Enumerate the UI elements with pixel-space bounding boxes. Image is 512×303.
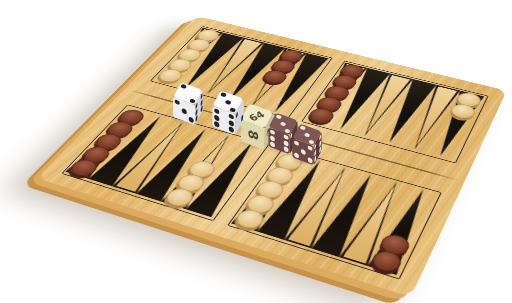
pip <box>175 99 180 105</box>
pip <box>214 121 219 128</box>
brown-die-2[interactable] <box>291 122 326 169</box>
pip <box>276 114 282 119</box>
scene: 8 2 64 <box>0 0 512 303</box>
pip <box>304 132 310 137</box>
pip <box>214 108 219 115</box>
pip <box>182 108 187 114</box>
pip <box>189 117 194 123</box>
white-die-2[interactable] <box>210 88 247 138</box>
pip <box>280 121 286 126</box>
pip <box>284 146 288 152</box>
pip <box>270 135 274 141</box>
pip <box>319 146 321 153</box>
pip <box>196 115 198 123</box>
pip <box>229 113 234 120</box>
pip <box>229 120 234 127</box>
pip <box>284 140 288 146</box>
pip <box>301 149 305 155</box>
pip <box>236 111 238 119</box>
pip <box>284 134 288 140</box>
pip <box>229 126 234 133</box>
pip <box>241 114 243 122</box>
pip <box>225 100 232 105</box>
pip <box>284 129 290 134</box>
pip <box>180 84 186 89</box>
cube-value-64: 64 <box>247 109 267 122</box>
pip <box>300 125 306 130</box>
pip <box>214 114 219 121</box>
white-die-1[interactable] <box>171 80 207 128</box>
pip <box>294 152 298 158</box>
pip <box>229 107 236 112</box>
pip <box>270 129 274 135</box>
pip <box>294 140 298 146</box>
pip <box>308 145 312 151</box>
pip <box>270 141 274 147</box>
pip <box>308 157 312 163</box>
pip <box>314 155 316 162</box>
dice-layer: 8 2 64 <box>0 0 512 303</box>
pip <box>308 140 314 145</box>
pip <box>220 92 227 97</box>
pip <box>201 105 203 113</box>
pip <box>189 98 195 103</box>
